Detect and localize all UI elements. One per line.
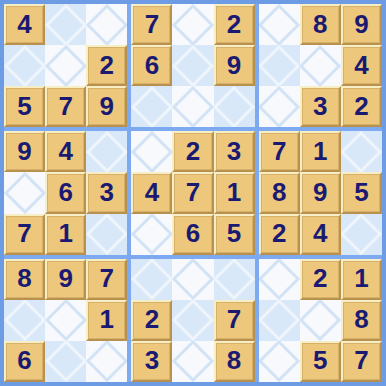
- sudoku-box-1: 42579: [4, 4, 127, 127]
- cell-r2c7[interactable]: [259, 45, 300, 86]
- given-digit: 1: [227, 179, 241, 205]
- given-digit: 8: [17, 265, 31, 291]
- cell-r3c9: 2: [341, 86, 382, 127]
- cell-r2c3: 2: [86, 45, 127, 86]
- cell-r3c8: 3: [300, 86, 341, 127]
- given-digit: 6: [17, 347, 31, 373]
- cell-r1c5[interactable]: [172, 4, 213, 45]
- empty-cell-diamond-icon: [4, 45, 45, 86]
- sudoku-box-8: 2738: [131, 259, 254, 382]
- empty-cell-diamond-icon: [259, 86, 300, 127]
- cell-r6c6: 5: [214, 214, 255, 255]
- cell-r2c9: 4: [341, 45, 382, 86]
- cell-r8c4: 2: [131, 300, 172, 341]
- given-digit: 8: [272, 179, 286, 205]
- given-digit: 7: [227, 306, 241, 332]
- cell-r3c3: 9: [86, 86, 127, 127]
- cell-r6c3[interactable]: [86, 214, 127, 255]
- given-digit: 4: [58, 138, 72, 164]
- given-digit: 7: [17, 220, 31, 246]
- cell-r7c6[interactable]: [214, 259, 255, 300]
- cell-r5c5: 7: [172, 172, 213, 213]
- empty-cell-diamond-icon: [131, 86, 172, 127]
- cell-r3c7[interactable]: [259, 86, 300, 127]
- given-digit: 5: [313, 347, 327, 373]
- given-digit: 4: [17, 11, 31, 37]
- cell-r9c8: 5: [300, 341, 341, 382]
- sudoku-box-3: 89432: [259, 4, 382, 127]
- empty-cell-diamond-icon: [45, 4, 86, 45]
- given-digit: 4: [313, 220, 327, 246]
- given-digit: 4: [145, 179, 159, 205]
- cell-r3c2: 7: [45, 86, 86, 127]
- given-digit: 2: [186, 138, 200, 164]
- cell-r3c1: 5: [4, 86, 45, 127]
- empty-cell-diamond-icon: [86, 131, 127, 172]
- given-digit: 2: [272, 220, 286, 246]
- given-digit: 7: [354, 347, 368, 373]
- cell-r7c1: 8: [4, 259, 45, 300]
- cell-r9c6: 8: [214, 341, 255, 382]
- cell-r3c6[interactable]: [214, 86, 255, 127]
- given-digit: 3: [145, 347, 159, 373]
- cell-r7c3: 7: [86, 259, 127, 300]
- empty-cell-diamond-icon: [172, 86, 213, 127]
- empty-cell-diamond-icon: [4, 172, 45, 213]
- given-digit: 9: [354, 11, 368, 37]
- given-digit: 1: [100, 306, 114, 332]
- empty-cell-diamond-icon: [86, 341, 127, 382]
- given-digit: 1: [354, 265, 368, 291]
- empty-cell-diamond-icon: [259, 341, 300, 382]
- cell-r4c3[interactable]: [86, 131, 127, 172]
- cell-r9c5[interactable]: [172, 341, 213, 382]
- empty-cell-diamond-icon: [172, 45, 213, 86]
- cell-r9c3[interactable]: [86, 341, 127, 382]
- cell-r7c5[interactable]: [172, 259, 213, 300]
- empty-cell-diamond-icon: [259, 259, 300, 300]
- given-digit: 9: [100, 93, 114, 119]
- given-digit: 9: [58, 265, 72, 291]
- cell-r4c4[interactable]: [131, 131, 172, 172]
- sudoku-box-4: 946371: [4, 131, 127, 254]
- given-digit: 9: [227, 52, 241, 78]
- cell-r1c3[interactable]: [86, 4, 127, 45]
- empty-cell-diamond-icon: [86, 4, 127, 45]
- cell-r9c9: 7: [341, 341, 382, 382]
- empty-cell-diamond-icon: [214, 259, 255, 300]
- cell-r1c2[interactable]: [45, 4, 86, 45]
- given-digit: 3: [313, 93, 327, 119]
- cell-r1c6: 2: [214, 4, 255, 45]
- cell-r6c1: 7: [4, 214, 45, 255]
- empty-cell-diamond-icon: [341, 131, 382, 172]
- cell-r2c1[interactable]: [4, 45, 45, 86]
- sudoku-box-9: 21857: [259, 259, 382, 382]
- cell-r7c8: 2: [300, 259, 341, 300]
- sudoku-box-2: 7269: [131, 4, 254, 127]
- cell-r9c2[interactable]: [45, 341, 86, 382]
- cell-r9c7[interactable]: [259, 341, 300, 382]
- cell-r1c1: 4: [4, 4, 45, 45]
- given-digit: 6: [58, 179, 72, 205]
- given-digit: 7: [186, 179, 200, 205]
- cell-r2c6: 9: [214, 45, 255, 86]
- given-digit: 9: [17, 138, 31, 164]
- empty-cell-diamond-icon: [45, 300, 86, 341]
- cell-r2c5[interactable]: [172, 45, 213, 86]
- cell-r3c4[interactable]: [131, 86, 172, 127]
- given-digit: 8: [313, 11, 327, 37]
- cell-r4c1: 9: [4, 131, 45, 172]
- empty-cell-diamond-icon: [172, 341, 213, 382]
- empty-cell-diamond-icon: [259, 300, 300, 341]
- cell-r8c8[interactable]: [300, 300, 341, 341]
- cell-r4c7: 7: [259, 131, 300, 172]
- given-digit: 6: [145, 52, 159, 78]
- given-digit: 7: [58, 93, 72, 119]
- cell-r1c9: 9: [341, 4, 382, 45]
- sudoku-box-6: 7189524: [259, 131, 382, 254]
- cell-r4c2: 4: [45, 131, 86, 172]
- cell-r1c7[interactable]: [259, 4, 300, 45]
- sudoku-box-7: 89716: [4, 259, 127, 382]
- cell-r6c7: 2: [259, 214, 300, 255]
- given-digit: 6: [186, 220, 200, 246]
- empty-cell-diamond-icon: [259, 4, 300, 45]
- cell-r6c8: 4: [300, 214, 341, 255]
- given-digit: 5: [354, 179, 368, 205]
- cell-r4c5: 2: [172, 131, 213, 172]
- cell-r8c9: 8: [341, 300, 382, 341]
- given-digit: 8: [354, 306, 368, 332]
- given-digit: 2: [100, 52, 114, 78]
- cell-r8c2[interactable]: [45, 300, 86, 341]
- given-digit: 2: [354, 93, 368, 119]
- empty-cell-diamond-icon: [341, 214, 382, 255]
- cell-r5c6: 1: [214, 172, 255, 213]
- cell-r1c8: 8: [300, 4, 341, 45]
- cell-r6c2: 1: [45, 214, 86, 255]
- given-digit: 5: [227, 220, 241, 246]
- empty-cell-diamond-icon: [4, 300, 45, 341]
- cell-r7c4[interactable]: [131, 259, 172, 300]
- empty-cell-diamond-icon: [172, 259, 213, 300]
- cell-r5c7: 8: [259, 172, 300, 213]
- empty-cell-diamond-icon: [300, 45, 341, 86]
- given-digit: 2: [227, 11, 241, 37]
- cell-r6c5: 6: [172, 214, 213, 255]
- empty-cell-diamond-icon: [131, 131, 172, 172]
- cell-r2c4: 6: [131, 45, 172, 86]
- cell-r7c9: 1: [341, 259, 382, 300]
- cell-r8c1[interactable]: [4, 300, 45, 341]
- given-digit: 9: [313, 179, 327, 205]
- cell-r5c1[interactable]: [4, 172, 45, 213]
- empty-cell-diamond-icon: [45, 45, 86, 86]
- given-digit: 4: [354, 52, 368, 78]
- cell-r9c4: 3: [131, 341, 172, 382]
- given-digit: 3: [100, 179, 114, 205]
- given-digit: 7: [145, 11, 159, 37]
- cell-r6c9[interactable]: [341, 214, 382, 255]
- cell-r8c5[interactable]: [172, 300, 213, 341]
- empty-cell-diamond-icon: [172, 300, 213, 341]
- given-digit: 1: [58, 220, 72, 246]
- cell-r5c9: 5: [341, 172, 382, 213]
- cell-r3c5[interactable]: [172, 86, 213, 127]
- given-digit: 7: [100, 265, 114, 291]
- cell-r2c2[interactable]: [45, 45, 86, 86]
- empty-cell-diamond-icon: [300, 300, 341, 341]
- cell-r5c8: 9: [300, 172, 341, 213]
- cell-r4c8: 1: [300, 131, 341, 172]
- cell-r8c3: 1: [86, 300, 127, 341]
- cell-r4c9[interactable]: [341, 131, 382, 172]
- cell-r6c4[interactable]: [131, 214, 172, 255]
- empty-cell-diamond-icon: [172, 4, 213, 45]
- cell-r8c7[interactable]: [259, 300, 300, 341]
- cell-r7c7[interactable]: [259, 259, 300, 300]
- given-digit: 5: [17, 93, 31, 119]
- cell-r5c2: 6: [45, 172, 86, 213]
- empty-cell-diamond-icon: [45, 341, 86, 382]
- cell-r4c6: 3: [214, 131, 255, 172]
- empty-cell-diamond-icon: [131, 259, 172, 300]
- empty-cell-diamond-icon: [131, 214, 172, 255]
- cell-r7c2: 9: [45, 259, 86, 300]
- given-digit: 2: [145, 306, 159, 332]
- sudoku-board: 4257972698943294637123471657189524897162…: [0, 0, 386, 386]
- given-digit: 7: [272, 138, 286, 164]
- empty-cell-diamond-icon: [259, 45, 300, 86]
- empty-cell-diamond-icon: [86, 214, 127, 255]
- cell-r9c1: 6: [4, 341, 45, 382]
- cell-r8c6: 7: [214, 300, 255, 341]
- cell-r1c4: 7: [131, 4, 172, 45]
- given-digit: 2: [313, 265, 327, 291]
- given-digit: 3: [227, 138, 241, 164]
- given-digit: 8: [227, 347, 241, 373]
- given-digit: 1: [313, 138, 327, 164]
- sudoku-box-5: 2347165: [131, 131, 254, 254]
- cell-r5c4: 4: [131, 172, 172, 213]
- cell-r2c8[interactable]: [300, 45, 341, 86]
- empty-cell-diamond-icon: [214, 86, 255, 127]
- cell-r5c3: 3: [86, 172, 127, 213]
